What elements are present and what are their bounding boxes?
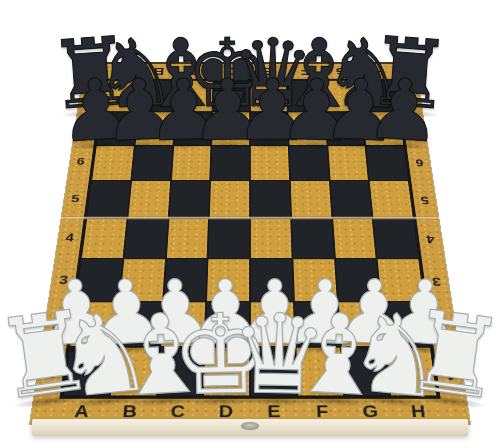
square-f4[interactable] <box>292 219 334 258</box>
piece-black-pawn-h7[interactable]: ♟ <box>364 66 444 154</box>
fold-seam <box>61 216 439 219</box>
square-g5[interactable] <box>330 181 372 217</box>
square-g4[interactable] <box>333 219 376 258</box>
square-h5[interactable] <box>370 181 413 217</box>
square-a4[interactable] <box>82 219 126 258</box>
square-d4[interactable] <box>209 219 249 258</box>
square-c5[interactable] <box>169 181 209 217</box>
piece-white-rook-h1[interactable]: ♜ <box>399 295 500 417</box>
chess-set-photo: ABCDEFGH 87654321 87654321 ABCDEFGH ♜♞♝♚… <box>0 0 500 448</box>
board-front-edge <box>32 419 468 436</box>
square-f5[interactable] <box>291 181 331 217</box>
square-d5[interactable] <box>210 181 249 217</box>
square-b5[interactable] <box>128 181 170 217</box>
square-c4[interactable] <box>166 219 208 258</box>
hinge-clasp-icon <box>241 422 259 429</box>
square-a5[interactable] <box>87 181 130 217</box>
square-e5[interactable] <box>251 181 290 217</box>
square-h4[interactable] <box>374 219 418 258</box>
square-b4[interactable] <box>124 219 167 258</box>
square-e4[interactable] <box>251 219 291 258</box>
